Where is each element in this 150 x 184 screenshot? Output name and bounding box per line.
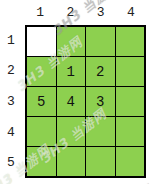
cell-r5c4[interactable] [116, 147, 145, 176]
col-label-1: 1 [25, 0, 55, 25]
cell-r2c1[interactable] [27, 57, 56, 86]
cell-r4c1[interactable] [27, 117, 56, 146]
cell-r3c4[interactable] [116, 87, 145, 116]
puzzle-board: 12543 [25, 25, 146, 178]
col-label-2: 2 [55, 0, 85, 25]
cell-r5c2[interactable] [57, 147, 86, 176]
row-label-5: 5 [2, 147, 20, 178]
cell-r3c1[interactable]: 5 [27, 87, 56, 116]
cell-r2c4[interactable] [116, 57, 145, 86]
cell-r5c3[interactable] [86, 147, 115, 176]
cell-r5c1[interactable] [27, 147, 56, 176]
row-label-1: 1 [2, 25, 20, 56]
cell-r1c4[interactable] [116, 27, 145, 56]
cell-r2c3[interactable]: 2 [86, 57, 115, 86]
cell-r4c4[interactable] [116, 117, 145, 146]
row-label-4: 4 [2, 117, 20, 148]
cell-r2c2[interactable]: 1 [57, 57, 86, 86]
col-label-3: 3 [86, 0, 116, 25]
cell-r1c1[interactable] [27, 27, 56, 56]
cell-r1c3[interactable] [86, 27, 115, 56]
cell-r3c3[interactable]: 3 [86, 87, 115, 116]
cell-r4c2[interactable] [57, 117, 86, 146]
row-label-3: 3 [2, 86, 20, 117]
cell-r3c2[interactable]: 4 [57, 87, 86, 116]
puzzle-screenshot: { "game": "minesweeper-style number-clue… [0, 0, 150, 184]
row-label-2: 2 [2, 56, 20, 87]
cell-r1c2[interactable] [57, 27, 86, 56]
cell-r4c3[interactable] [86, 117, 115, 146]
row-labels: 12345 [2, 25, 20, 178]
col-label-4: 4 [116, 0, 146, 25]
column-labels: 1234 [25, 0, 146, 25]
